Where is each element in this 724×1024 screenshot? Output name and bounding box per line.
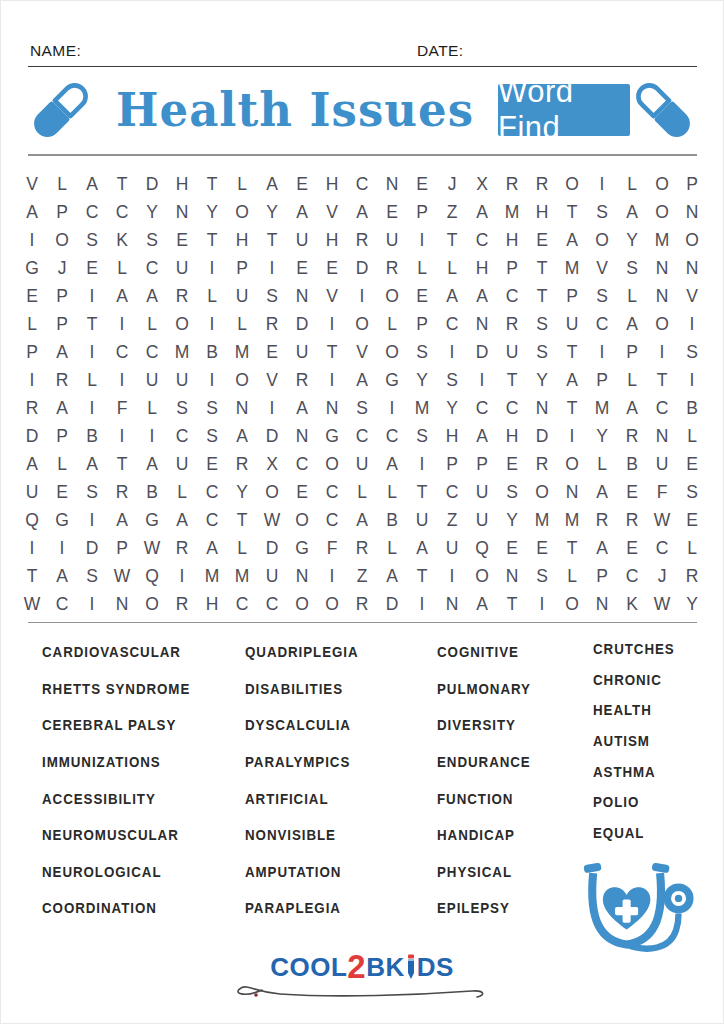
- grid-cell[interactable]: P: [107, 534, 137, 562]
- grid-cell[interactable]: P: [617, 338, 647, 366]
- grid-cell[interactable]: T: [197, 170, 227, 198]
- grid-cell[interactable]: O: [287, 506, 317, 534]
- grid-cell[interactable]: I: [257, 254, 287, 282]
- grid-cell[interactable]: O: [647, 170, 677, 198]
- grid-cell[interactable]: L: [227, 534, 257, 562]
- grid-cell[interactable]: N: [107, 590, 137, 618]
- grid-cell[interactable]: W: [647, 590, 677, 618]
- grid-cell[interactable]: L: [677, 534, 707, 562]
- grid-cell[interactable]: P: [677, 170, 707, 198]
- grid-cell[interactable]: L: [167, 478, 197, 506]
- grid-cell[interactable]: A: [47, 562, 77, 590]
- grid-cell[interactable]: S: [407, 338, 437, 366]
- grid-cell[interactable]: S: [197, 422, 227, 450]
- grid-cell[interactable]: R: [347, 534, 377, 562]
- grid-cell[interactable]: B: [377, 506, 407, 534]
- word-list-item[interactable]: FUNCTION: [437, 780, 593, 817]
- grid-cell[interactable]: I: [437, 338, 467, 366]
- grid-cell[interactable]: E: [407, 170, 437, 198]
- grid-cell[interactable]: M: [497, 198, 527, 226]
- grid-cell[interactable]: L: [617, 366, 647, 394]
- grid-cell[interactable]: C: [467, 226, 497, 254]
- grid-cell[interactable]: R: [227, 450, 257, 478]
- grid-cell[interactable]: N: [287, 562, 317, 590]
- grid-cell[interactable]: E: [407, 282, 437, 310]
- grid-cell[interactable]: V: [317, 198, 347, 226]
- grid-cell[interactable]: C: [647, 394, 677, 422]
- grid-cell[interactable]: A: [287, 394, 317, 422]
- grid-cell[interactable]: R: [497, 170, 527, 198]
- grid-cell[interactable]: I: [407, 590, 437, 618]
- grid-cell[interactable]: A: [467, 422, 497, 450]
- grid-cell[interactable]: H: [227, 226, 257, 254]
- grid-cell[interactable]: L: [47, 450, 77, 478]
- grid-cell[interactable]: N: [437, 590, 467, 618]
- grid-cell[interactable]: D: [137, 170, 167, 198]
- grid-cell[interactable]: P: [47, 310, 77, 338]
- grid-cell[interactable]: P: [407, 310, 437, 338]
- grid-cell[interactable]: V: [17, 170, 47, 198]
- grid-cell[interactable]: Y: [677, 590, 707, 618]
- grid-cell[interactable]: I: [197, 366, 227, 394]
- grid-cell[interactable]: U: [257, 562, 287, 590]
- grid-cell[interactable]: S: [677, 338, 707, 366]
- grid-cell[interactable]: I: [677, 310, 707, 338]
- grid-cell[interactable]: E: [287, 478, 317, 506]
- grid-cell[interactable]: R: [677, 562, 707, 590]
- grid-cell[interactable]: C: [497, 282, 527, 310]
- grid-cell[interactable]: V: [677, 282, 707, 310]
- grid-cell[interactable]: M: [407, 394, 437, 422]
- grid-cell[interactable]: A: [557, 366, 587, 394]
- grid-cell[interactable]: Y: [137, 198, 167, 226]
- grid-cell[interactable]: R: [527, 170, 557, 198]
- grid-cell[interactable]: U: [287, 226, 317, 254]
- grid-cell[interactable]: E: [287, 254, 317, 282]
- word-list-item[interactable]: ENDURANCE: [437, 744, 593, 781]
- grid-cell[interactable]: U: [377, 226, 407, 254]
- grid-cell[interactable]: R: [347, 590, 377, 618]
- grid-cell[interactable]: L: [617, 170, 647, 198]
- grid-cell[interactable]: B: [617, 450, 647, 478]
- word-list-item[interactable]: EQUAL: [593, 818, 708, 849]
- grid-cell[interactable]: R: [167, 590, 197, 618]
- grid-cell[interactable]: E: [497, 450, 527, 478]
- grid-cell[interactable]: M: [167, 338, 197, 366]
- grid-cell[interactable]: L: [227, 310, 257, 338]
- grid-cell[interactable]: O: [467, 562, 497, 590]
- grid-cell[interactable]: R: [167, 282, 197, 310]
- grid-cell[interactable]: I: [107, 310, 137, 338]
- grid-cell[interactable]: R: [497, 310, 527, 338]
- grid-cell[interactable]: A: [77, 450, 107, 478]
- grid-cell[interactable]: O: [227, 366, 257, 394]
- word-list-item[interactable]: NEUROMUSCULAR: [42, 817, 245, 854]
- grid-cell[interactable]: U: [227, 282, 257, 310]
- word-list-item[interactable]: CEREBRAL PALSY: [42, 707, 245, 744]
- grid-cell[interactable]: I: [437, 562, 467, 590]
- grid-cell[interactable]: A: [47, 394, 77, 422]
- grid-cell[interactable]: A: [257, 170, 287, 198]
- grid-cell[interactable]: M: [197, 562, 227, 590]
- grid-cell[interactable]: W: [107, 562, 137, 590]
- grid-cell[interactable]: A: [437, 282, 467, 310]
- grid-cell[interactable]: P: [47, 282, 77, 310]
- grid-cell[interactable]: N: [497, 562, 527, 590]
- grid-cell[interactable]: C: [77, 198, 107, 226]
- grid-cell[interactable]: B: [137, 478, 167, 506]
- grid-cell[interactable]: L: [437, 254, 467, 282]
- grid-cell[interactable]: N: [677, 198, 707, 226]
- grid-cell[interactable]: E: [17, 282, 47, 310]
- grid-cell[interactable]: H: [467, 254, 497, 282]
- grid-cell[interactable]: I: [587, 170, 617, 198]
- grid-cell[interactable]: R: [527, 450, 557, 478]
- word-list-item[interactable]: DYSCALCULIA: [245, 707, 437, 744]
- word-list-item[interactable]: CHRONIC: [593, 665, 708, 696]
- grid-cell[interactable]: O: [377, 338, 407, 366]
- grid-cell[interactable]: N: [287, 282, 317, 310]
- grid-cell[interactable]: C: [347, 422, 377, 450]
- grid-cell[interactable]: A: [467, 590, 497, 618]
- grid-cell[interactable]: I: [137, 422, 167, 450]
- grid-cell[interactable]: T: [17, 562, 47, 590]
- grid-cell[interactable]: I: [77, 282, 107, 310]
- grid-cell[interactable]: Y: [587, 422, 617, 450]
- grid-cell[interactable]: I: [407, 450, 437, 478]
- grid-cell[interactable]: H: [527, 198, 557, 226]
- grid-cell[interactable]: E: [527, 534, 557, 562]
- word-list-item[interactable]: COGNITIVE: [437, 634, 593, 671]
- grid-cell[interactable]: S: [587, 198, 617, 226]
- grid-cell[interactable]: L: [47, 170, 77, 198]
- grid-cell[interactable]: F: [647, 478, 677, 506]
- grid-cell[interactable]: I: [17, 534, 47, 562]
- grid-cell[interactable]: U: [647, 450, 677, 478]
- grid-cell[interactable]: U: [167, 366, 197, 394]
- grid-cell[interactable]: S: [137, 226, 167, 254]
- grid-cell[interactable]: A: [347, 506, 377, 534]
- grid-cell[interactable]: P: [227, 254, 257, 282]
- word-list-item[interactable]: AMPUTATION: [245, 854, 437, 891]
- grid-cell[interactable]: X: [467, 170, 497, 198]
- grid-cell[interactable]: L: [77, 366, 107, 394]
- grid-cell[interactable]: U: [137, 366, 167, 394]
- grid-cell[interactable]: D: [527, 422, 557, 450]
- word-list-item[interactable]: QUADRIPLEGIA: [245, 634, 437, 671]
- grid-cell[interactable]: S: [407, 422, 437, 450]
- grid-cell[interactable]: I: [77, 338, 107, 366]
- word-list-item[interactable]: AUTISM: [593, 726, 708, 757]
- word-list-item[interactable]: DIVERSITY: [437, 707, 593, 744]
- grid-cell[interactable]: L: [227, 170, 257, 198]
- grid-cell[interactable]: C: [437, 310, 467, 338]
- grid-cell[interactable]: Y: [497, 506, 527, 534]
- grid-cell[interactable]: I: [557, 422, 587, 450]
- grid-cell[interactable]: S: [77, 478, 107, 506]
- grid-cell[interactable]: N: [587, 590, 617, 618]
- grid-cell[interactable]: L: [107, 254, 137, 282]
- grid-cell[interactable]: L: [137, 310, 167, 338]
- grid-cell[interactable]: T: [107, 170, 137, 198]
- grid-cell[interactable]: T: [107, 450, 137, 478]
- grid-cell[interactable]: D: [257, 534, 287, 562]
- grid-cell[interactable]: R: [17, 394, 47, 422]
- grid-cell[interactable]: G: [287, 534, 317, 562]
- grid-cell[interactable]: S: [197, 394, 227, 422]
- grid-cell[interactable]: P: [47, 198, 77, 226]
- grid-cell[interactable]: C: [197, 506, 227, 534]
- grid-cell[interactable]: S: [167, 394, 197, 422]
- grid-cell[interactable]: O: [167, 310, 197, 338]
- grid-cell[interactable]: I: [257, 394, 287, 422]
- grid-cell[interactable]: A: [137, 282, 167, 310]
- grid-cell[interactable]: A: [107, 506, 137, 534]
- grid-cell[interactable]: C: [347, 170, 377, 198]
- grid-cell[interactable]: C: [227, 590, 257, 618]
- grid-cell[interactable]: J: [647, 562, 677, 590]
- grid-cell[interactable]: I: [197, 310, 227, 338]
- grid-cell[interactable]: D: [257, 422, 287, 450]
- grid-cell[interactable]: S: [617, 254, 647, 282]
- grid-cell[interactable]: P: [467, 450, 497, 478]
- grid-cell[interactable]: O: [557, 450, 587, 478]
- grid-cell[interactable]: O: [347, 310, 377, 338]
- grid-cell[interactable]: W: [647, 506, 677, 534]
- word-list-item[interactable]: CARDIOVASCULAR: [42, 634, 245, 671]
- grid-cell[interactable]: N: [227, 394, 257, 422]
- grid-cell[interactable]: U: [467, 506, 497, 534]
- grid-cell[interactable]: U: [437, 534, 467, 562]
- word-list-item[interactable]: PARALYMPICS: [245, 744, 437, 781]
- grid-cell[interactable]: A: [467, 198, 497, 226]
- grid-cell[interactable]: Y: [257, 198, 287, 226]
- grid-cell[interactable]: L: [197, 282, 227, 310]
- grid-cell[interactable]: I: [107, 422, 137, 450]
- grid-cell[interactable]: S: [677, 478, 707, 506]
- word-list-item[interactable]: HANDICAP: [437, 817, 593, 854]
- grid-cell[interactable]: M: [527, 506, 557, 534]
- grid-cell[interactable]: E: [527, 226, 557, 254]
- grid-cell[interactable]: M: [587, 394, 617, 422]
- grid-cell[interactable]: S: [497, 478, 527, 506]
- grid-cell[interactable]: O: [557, 170, 587, 198]
- grid-cell[interactable]: A: [617, 198, 647, 226]
- grid-cell[interactable]: C: [137, 338, 167, 366]
- grid-cell[interactable]: Y: [527, 366, 557, 394]
- grid-cell[interactable]: C: [107, 338, 137, 366]
- grid-cell[interactable]: A: [107, 282, 137, 310]
- word-list-item[interactable]: IMMUNIZATIONS: [42, 744, 245, 781]
- grid-cell[interactable]: V: [317, 282, 347, 310]
- grid-cell[interactable]: R: [257, 310, 287, 338]
- grid-cell[interactable]: T: [317, 338, 347, 366]
- grid-cell[interactable]: U: [347, 450, 377, 478]
- grid-cell[interactable]: L: [137, 394, 167, 422]
- grid-cell[interactable]: P: [557, 282, 587, 310]
- grid-cell[interactable]: L: [407, 254, 437, 282]
- grid-cell[interactable]: A: [347, 198, 377, 226]
- grid-cell[interactable]: I: [407, 226, 437, 254]
- grid-cell[interactable]: T: [497, 590, 527, 618]
- grid-cell[interactable]: Q: [137, 562, 167, 590]
- grid-cell[interactable]: L: [587, 450, 617, 478]
- grid-cell[interactable]: U: [497, 338, 527, 366]
- grid-cell[interactable]: D: [347, 254, 377, 282]
- grid-cell[interactable]: E: [197, 450, 227, 478]
- grid-cell[interactable]: S: [527, 310, 557, 338]
- grid-cell[interactable]: I: [47, 534, 77, 562]
- grid-cell[interactable]: O: [557, 590, 587, 618]
- grid-cell[interactable]: T: [407, 478, 437, 506]
- grid-cell[interactable]: L: [377, 478, 407, 506]
- grid-cell[interactable]: O: [287, 590, 317, 618]
- grid-cell[interactable]: Z: [347, 562, 377, 590]
- word-list-item[interactable]: PARAPLEGIA: [245, 890, 437, 927]
- grid-cell[interactable]: B: [197, 338, 227, 366]
- grid-cell[interactable]: O: [677, 226, 707, 254]
- grid-cell[interactable]: N: [647, 254, 677, 282]
- grid-cell[interactable]: E: [617, 478, 647, 506]
- grid-cell[interactable]: C: [587, 310, 617, 338]
- grid-cell[interactable]: C: [437, 478, 467, 506]
- grid-cell[interactable]: O: [587, 226, 617, 254]
- grid-cell[interactable]: P: [497, 254, 527, 282]
- grid-cell[interactable]: L: [17, 310, 47, 338]
- grid-cell[interactable]: G: [17, 254, 47, 282]
- grid-cell[interactable]: Y: [407, 366, 437, 394]
- grid-cell[interactable]: S: [77, 226, 107, 254]
- grid-cell[interactable]: W: [257, 506, 287, 534]
- grid-cell[interactable]: R: [377, 254, 407, 282]
- grid-cell[interactable]: E: [287, 170, 317, 198]
- grid-cell[interactable]: A: [17, 450, 47, 478]
- grid-cell[interactable]: K: [107, 226, 137, 254]
- grid-cell[interactable]: V: [257, 366, 287, 394]
- word-list-item[interactable]: NEUROLOGICAL: [42, 854, 245, 891]
- grid-cell[interactable]: U: [167, 450, 197, 478]
- grid-cell[interactable]: T: [197, 226, 227, 254]
- grid-cell[interactable]: O: [647, 198, 677, 226]
- grid-cell[interactable]: U: [287, 338, 317, 366]
- grid-cell[interactable]: A: [407, 534, 437, 562]
- grid-cell[interactable]: Q: [467, 534, 497, 562]
- grid-cell[interactable]: X: [257, 450, 287, 478]
- grid-cell[interactable]: N: [167, 198, 197, 226]
- grid-cell[interactable]: E: [257, 338, 287, 366]
- grid-cell[interactable]: H: [197, 590, 227, 618]
- grid-cell[interactable]: T: [227, 506, 257, 534]
- grid-cell[interactable]: D: [377, 590, 407, 618]
- grid-cell[interactable]: D: [77, 534, 107, 562]
- grid-cell[interactable]: I: [77, 394, 107, 422]
- word-list-item[interactable]: POLIO: [593, 787, 708, 818]
- grid-cell[interactable]: P: [407, 198, 437, 226]
- word-list-item[interactable]: DISABILITIES: [245, 671, 437, 708]
- grid-cell[interactable]: E: [617, 534, 647, 562]
- grid-cell[interactable]: C: [467, 394, 497, 422]
- grid-cell[interactable]: Z: [437, 506, 467, 534]
- grid-cell[interactable]: N: [647, 422, 677, 450]
- grid-cell[interactable]: R: [47, 366, 77, 394]
- grid-cell[interactable]: S: [437, 366, 467, 394]
- grid-cell[interactable]: I: [587, 338, 617, 366]
- grid-cell[interactable]: N: [287, 422, 317, 450]
- grid-cell[interactable]: I: [647, 338, 677, 366]
- grid-cell[interactable]: Y: [197, 198, 227, 226]
- grid-cell[interactable]: R: [287, 366, 317, 394]
- grid-cell[interactable]: A: [137, 450, 167, 478]
- grid-cell[interactable]: C: [317, 478, 347, 506]
- grid-cell[interactable]: D: [287, 310, 317, 338]
- grid-cell[interactable]: U: [17, 478, 47, 506]
- grid-cell[interactable]: R: [347, 226, 377, 254]
- grid-cell[interactable]: P: [47, 422, 77, 450]
- grid-cell[interactable]: C: [497, 394, 527, 422]
- grid-cell[interactable]: A: [167, 506, 197, 534]
- grid-cell[interactable]: E: [497, 534, 527, 562]
- word-list-item[interactable]: HEALTH: [593, 695, 708, 726]
- grid-cell[interactable]: I: [317, 562, 347, 590]
- grid-cell[interactable]: O: [317, 590, 347, 618]
- grid-cell[interactable]: E: [677, 506, 707, 534]
- word-list-item[interactable]: ASTHMA: [593, 756, 708, 787]
- word-list-item[interactable]: CRUTCHES: [593, 634, 708, 665]
- grid-cell[interactable]: I: [317, 366, 347, 394]
- grid-cell[interactable]: T: [257, 226, 287, 254]
- grid-cell[interactable]: H: [497, 226, 527, 254]
- grid-cell[interactable]: M: [227, 562, 257, 590]
- grid-cell[interactable]: V: [347, 338, 377, 366]
- grid-cell[interactable]: C: [377, 422, 407, 450]
- grid-cell[interactable]: N: [317, 394, 347, 422]
- grid-cell[interactable]: A: [17, 198, 47, 226]
- word-list-item[interactable]: COORDINATION: [42, 890, 245, 927]
- grid-cell[interactable]: G: [47, 506, 77, 534]
- grid-cell[interactable]: E: [167, 226, 197, 254]
- grid-cell[interactable]: N: [647, 282, 677, 310]
- grid-cell[interactable]: I: [677, 366, 707, 394]
- grid-cell[interactable]: U: [557, 310, 587, 338]
- grid-cell[interactable]: A: [377, 562, 407, 590]
- grid-cell[interactable]: D: [467, 338, 497, 366]
- grid-cell[interactable]: N: [677, 254, 707, 282]
- grid-cell[interactable]: C: [317, 506, 347, 534]
- grid-cell[interactable]: V: [587, 254, 617, 282]
- grid-cell[interactable]: R: [167, 534, 197, 562]
- word-list-item[interactable]: RHETTS SYNDROME: [42, 671, 245, 708]
- grid-cell[interactable]: T: [437, 226, 467, 254]
- grid-cell[interactable]: I: [17, 226, 47, 254]
- grid-cell[interactable]: P: [17, 338, 47, 366]
- grid-cell[interactable]: T: [647, 366, 677, 394]
- grid-cell[interactable]: A: [47, 338, 77, 366]
- grid-cell[interactable]: S: [527, 338, 557, 366]
- grid-cell[interactable]: M: [557, 506, 587, 534]
- grid-cell[interactable]: C: [47, 590, 77, 618]
- grid-cell[interactable]: I: [347, 282, 377, 310]
- grid-cell[interactable]: O: [647, 310, 677, 338]
- grid-cell[interactable]: I: [17, 366, 47, 394]
- grid-cell[interactable]: Q: [17, 506, 47, 534]
- grid-cell[interactable]: N: [527, 394, 557, 422]
- grid-cell[interactable]: N: [377, 170, 407, 198]
- word-list-item[interactable]: NONVISIBLE: [245, 817, 437, 854]
- grid-cell[interactable]: M: [647, 226, 677, 254]
- grid-cell[interactable]: R: [107, 478, 137, 506]
- grid-cell[interactable]: A: [227, 422, 257, 450]
- grid-cell[interactable]: A: [587, 478, 617, 506]
